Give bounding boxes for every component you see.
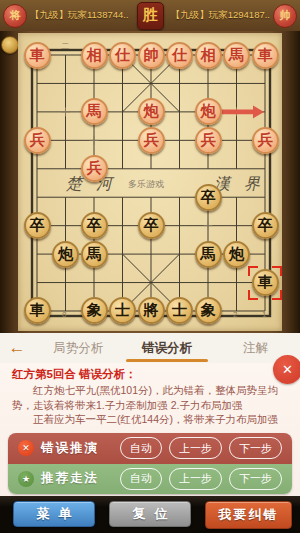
mistake-replay-label: 错误推演 <box>41 440 113 457</box>
tab-mistake-analysis[interactable]: 错误分析 <box>124 333 210 363</box>
piece-red-兵[interactable]: 兵 <box>138 127 165 154</box>
menu-button[interactable]: 菜单 <box>13 501 95 527</box>
analysis-tab-bar: ← 局势分析 错误分析 注解 <box>0 333 300 364</box>
piece-black-將[interactable]: 將 <box>138 297 165 324</box>
recommended-move-label: 推荐走法 <box>41 470 113 487</box>
file-label-top-2: 二 <box>61 41 70 51</box>
piece-black-車[interactable]: 車 <box>252 269 279 296</box>
mistake-move-arrow <box>217 105 264 118</box>
win-badge: 胜 <box>137 2 164 30</box>
piece-red-兵[interactable]: 兵 <box>24 127 51 154</box>
back-arrow-icon[interactable]: ← <box>0 338 34 358</box>
piece-red-兵[interactable]: 兵 <box>252 127 279 154</box>
file-label-bottom-2: 2 <box>233 310 238 319</box>
piece-black-炮[interactable]: 炮 <box>52 241 79 268</box>
piece-red-仕[interactable]: 仕 <box>166 42 193 69</box>
piece-black-馬[interactable]: 馬 <box>81 241 108 268</box>
piece-black-象[interactable]: 象 <box>195 297 222 324</box>
piece-black-馬[interactable]: 馬 <box>195 241 222 268</box>
analysis-paragraph: 红方炮七平九(黑优101分)，此为错着，整体局势呈均势，走该着将带来1.子力牵制… <box>12 383 288 412</box>
xiangqi-board[interactable]: 楚 河 多乐游戏 漢 界 二 8 2 1 車相仕帥仕相馬車馬炮炮兵兵兵兵兵卒卒卒… <box>18 33 282 331</box>
analysis-title: 红方第5回合 错误分析： <box>12 367 288 382</box>
piece-black-卒[interactable]: 卒 <box>252 212 279 239</box>
file-label-bottom-8: 8 <box>62 310 67 319</box>
mistake-x-icon: ✕ <box>18 440 34 456</box>
right-player-name: 【九级】玩家1294187.. <box>167 9 271 22</box>
piece-red-車[interactable]: 車 <box>24 42 51 69</box>
river-brand-text: 多乐游戏 <box>128 179 164 189</box>
recommend-auto-button[interactable]: 自动 <box>120 468 162 490</box>
analysis-paragraph: 正着应为车一平二(红优144分)，将带来子力布局加强 <box>12 412 288 427</box>
reset-button[interactable]: 复位 <box>109 501 191 527</box>
board-grid: 楚 河 多乐游戏 漢 界 二 8 2 1 <box>18 33 282 331</box>
recommend-star-icon: ★ <box>18 471 34 487</box>
replay-controls: ✕ 错误推演 自动 上一步 下一步 ★ 推荐走法 自动 上一步 下一步 <box>8 433 292 494</box>
mistake-next-button[interactable]: 下一步 <box>229 437 282 459</box>
piece-black-卒[interactable]: 卒 <box>195 184 222 211</box>
close-icon[interactable]: ✕ <box>273 355 300 384</box>
piece-red-炮[interactable]: 炮 <box>195 98 222 125</box>
tab-situation-analysis[interactable]: 局势分析 <box>35 333 121 363</box>
mistake-auto-button[interactable]: 自动 <box>120 437 162 459</box>
red-general-icon: 将 <box>3 4 27 28</box>
top-bar: 将 【九级】玩家1138744.. 胜 【九级】玩家1294187.. 帅 <box>0 0 300 31</box>
piece-red-帥[interactable]: 帥 <box>138 42 165 69</box>
report-error-button[interactable]: 我要纠错 <box>205 501 292 529</box>
piece-red-馬[interactable]: 馬 <box>81 98 108 125</box>
mistake-prev-button[interactable]: 上一步 <box>169 437 222 459</box>
file-label-bottom-1: 1 <box>262 310 267 319</box>
recommended-move-row: ★ 推荐走法 自动 上一步 下一步 <box>8 464 292 495</box>
piece-black-車[interactable]: 車 <box>24 297 51 324</box>
piece-black-卒[interactable]: 卒 <box>81 212 108 239</box>
red-marshal-icon: 帅 <box>273 4 297 28</box>
piece-red-炮[interactable]: 炮 <box>138 98 165 125</box>
river-label-right: 漢 界 <box>214 175 265 192</box>
board-area: 楚 河 多乐游戏 漢 界 二 8 2 1 車相仕帥仕相馬車馬炮炮兵兵兵兵兵卒卒卒… <box>0 31 300 333</box>
piece-red-相[interactable]: 相 <box>195 42 222 69</box>
piece-black-卒[interactable]: 卒 <box>138 212 165 239</box>
piece-red-兵[interactable]: 兵 <box>195 127 222 154</box>
decoration-coin-icon <box>1 36 19 54</box>
mistake-replay-row: ✕ 错误推演 自动 上一步 下一步 <box>8 433 292 464</box>
piece-red-兵[interactable]: 兵 <box>81 155 108 182</box>
piece-black-炮[interactable]: 炮 <box>223 241 250 268</box>
recommend-prev-button[interactable]: 上一步 <box>169 468 222 490</box>
piece-red-仕[interactable]: 仕 <box>109 42 136 69</box>
piece-black-象[interactable]: 象 <box>81 297 108 324</box>
piece-black-卒[interactable]: 卒 <box>24 212 51 239</box>
piece-red-馬[interactable]: 馬 <box>223 42 250 69</box>
piece-red-車[interactable]: 車 <box>252 42 279 69</box>
recommend-next-button[interactable]: 下一步 <box>229 468 282 490</box>
bottom-bar: 菜单 复位 我要纠错 <box>0 496 300 533</box>
piece-red-相[interactable]: 相 <box>81 42 108 69</box>
left-player-name: 【九级】玩家1138744.. <box>30 9 134 22</box>
